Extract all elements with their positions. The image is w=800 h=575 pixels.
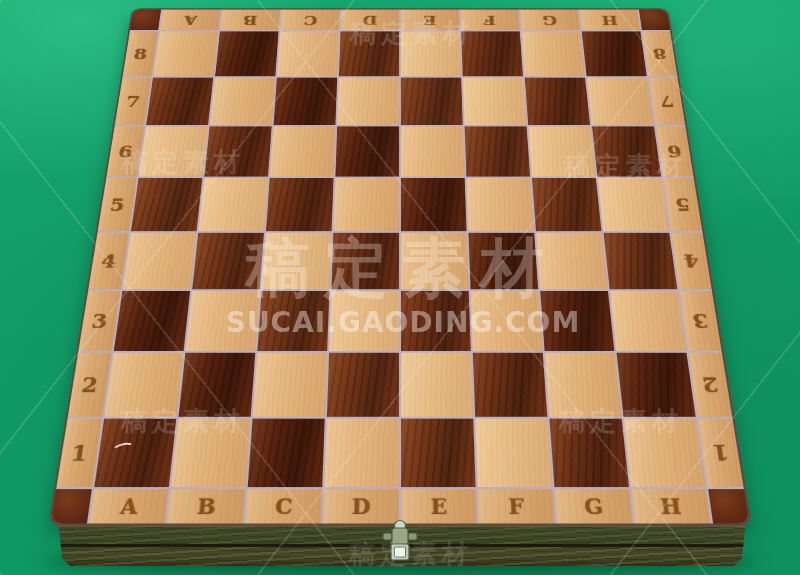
rank-label-right-8: 8 <box>642 31 677 76</box>
file-label-bottom-c: C <box>245 489 322 523</box>
file-label-top-f: F <box>460 10 519 31</box>
file-label-bottom-g: G <box>555 489 633 523</box>
square-h7[interactable] <box>587 78 654 125</box>
file-label-text: B <box>242 12 258 27</box>
square-f5[interactable] <box>467 178 535 231</box>
rank-label-text: 6 <box>666 142 683 161</box>
rank-label-text: 7 <box>659 92 675 110</box>
clasp-icon <box>380 518 420 566</box>
square-c6[interactable] <box>270 126 336 176</box>
file-label-text: E <box>430 494 447 519</box>
square-e2[interactable] <box>401 353 473 417</box>
file-label-text: F <box>508 494 525 519</box>
square-f4[interactable] <box>469 233 539 289</box>
file-label-bottom-b: B <box>167 489 245 523</box>
square-h1[interactable] <box>624 419 706 487</box>
file-label-text: D <box>363 12 378 27</box>
rank-label-text: 8 <box>652 45 668 62</box>
file-label-text: G <box>583 494 604 519</box>
square-d1[interactable] <box>324 419 399 487</box>
square-a1[interactable] <box>94 419 176 487</box>
rank-label-right-1: 1 <box>698 419 744 487</box>
square-c2[interactable] <box>253 353 327 417</box>
square-a7[interactable] <box>146 78 213 125</box>
rank-label-right-4: 4 <box>671 233 711 289</box>
rank-label-text: 5 <box>109 194 126 214</box>
square-a5[interactable] <box>131 178 202 231</box>
rank-label-right-3: 3 <box>680 291 722 351</box>
square-b2[interactable] <box>179 353 256 417</box>
square-d7[interactable] <box>337 78 399 125</box>
square-b6[interactable] <box>204 126 271 176</box>
square-f7[interactable] <box>463 78 527 125</box>
rank-label-left-7: 7 <box>115 78 151 125</box>
rank-label-text: 1 <box>69 440 89 466</box>
rank-label-left-5: 5 <box>98 178 137 231</box>
square-g8[interactable] <box>521 31 584 76</box>
square-d6[interactable] <box>335 126 399 176</box>
rank-label-text: 2 <box>80 372 99 396</box>
corner-bottom-left <box>51 489 92 523</box>
file-label-bottom-f: F <box>478 489 555 523</box>
square-b4[interactable] <box>192 233 264 289</box>
square-f1[interactable] <box>475 419 552 487</box>
square-d3[interactable] <box>329 291 399 351</box>
file-label-text: D <box>352 494 371 519</box>
board-scene: ABCDEFGH8877665544332211ABCDEFGH <box>0 0 800 575</box>
rank-label-right-2: 2 <box>688 353 732 417</box>
square-h6[interactable] <box>592 126 661 176</box>
square-d2[interactable] <box>327 353 399 417</box>
corner-top-left <box>130 10 161 31</box>
square-g2[interactable] <box>545 353 622 417</box>
file-label-top-e: E <box>401 10 460 31</box>
square-d5[interactable] <box>333 178 399 231</box>
rank-label-text: 5 <box>674 194 691 214</box>
file-label-text: B <box>196 494 217 519</box>
photo-stage: ABCDEFGH8877665544332211ABCDEFGH 稿定素材 SU… <box>0 0 800 575</box>
square-g5[interactable] <box>532 178 601 231</box>
rank-label-text: 2 <box>700 372 719 396</box>
square-f2[interactable] <box>473 353 547 417</box>
file-label-text: H <box>601 12 619 27</box>
rank-label-right-6: 6 <box>656 126 694 176</box>
file-label-top-g: G <box>520 10 580 31</box>
square-b3[interactable] <box>186 291 260 351</box>
square-g6[interactable] <box>528 126 595 176</box>
file-label-bottom-h: H <box>631 489 711 523</box>
square-g4[interactable] <box>536 233 608 289</box>
square-b1[interactable] <box>171 419 250 487</box>
rank-label-text: 1 <box>710 440 730 466</box>
square-c4[interactable] <box>262 233 332 289</box>
square-c3[interactable] <box>257 291 329 351</box>
square-h4[interactable] <box>604 233 678 289</box>
file-label-text: A <box>183 12 198 27</box>
square-d8[interactable] <box>339 31 399 76</box>
rank-label-text: 4 <box>100 250 118 271</box>
rank-label-left-6: 6 <box>107 126 145 176</box>
square-a3[interactable] <box>114 291 190 351</box>
square-e5[interactable] <box>401 178 467 231</box>
file-label-top-a: A <box>160 10 221 31</box>
square-b8[interactable] <box>215 31 278 76</box>
square-e7[interactable] <box>401 78 463 125</box>
file-label-text: A <box>119 494 139 519</box>
file-label-text: C <box>275 494 294 519</box>
file-label-text: E <box>423 12 436 27</box>
square-h3[interactable] <box>610 291 686 351</box>
square-a4[interactable] <box>123 233 197 289</box>
rank-label-right-7: 7 <box>649 78 685 125</box>
square-c8[interactable] <box>277 31 339 76</box>
square-f3[interactable] <box>471 291 543 351</box>
square-e6[interactable] <box>401 126 465 176</box>
square-f8[interactable] <box>461 31 523 76</box>
rank-label-left-8: 8 <box>123 31 158 76</box>
file-label-text: G <box>542 12 558 27</box>
file-label-bottom-a: A <box>89 489 169 523</box>
file-label-top-c: C <box>280 10 339 31</box>
square-c1[interactable] <box>248 419 325 487</box>
square-a6[interactable] <box>139 126 208 176</box>
square-g7[interactable] <box>525 78 590 125</box>
square-g3[interactable] <box>540 291 614 351</box>
rank-label-text: 8 <box>133 45 149 62</box>
square-h8[interactable] <box>582 31 647 76</box>
rank-label-text: 3 <box>90 309 109 332</box>
rank-label-right-5: 5 <box>663 178 702 231</box>
square-c7[interactable] <box>274 78 338 125</box>
corner-top-right <box>639 10 670 31</box>
square-e8[interactable] <box>401 31 461 76</box>
square-g1[interactable] <box>550 419 629 487</box>
square-f6[interactable] <box>465 126 531 176</box>
corner-bottom-right <box>708 489 749 523</box>
square-e3[interactable] <box>401 291 471 351</box>
square-h2[interactable] <box>617 353 696 417</box>
file-label-top-h: H <box>579 10 640 31</box>
square-h5[interactable] <box>598 178 669 231</box>
square-e1[interactable] <box>401 419 476 487</box>
square-c5[interactable] <box>266 178 334 231</box>
square-a2[interactable] <box>104 353 183 417</box>
file-label-top-b: B <box>220 10 280 31</box>
square-e4[interactable] <box>401 233 469 289</box>
file-label-text: H <box>659 494 683 519</box>
square-b5[interactable] <box>198 178 267 231</box>
rank-label-text: 7 <box>125 92 141 110</box>
file-label-top-d: D <box>341 10 400 31</box>
square-a8[interactable] <box>153 31 218 76</box>
rank-label-text: 4 <box>682 250 700 271</box>
square-b7[interactable] <box>210 78 275 125</box>
chess-board: ABCDEFGH8877665544332211ABCDEFGH <box>48 8 752 525</box>
rank-label-text: 3 <box>691 309 710 332</box>
file-label-text: C <box>303 12 317 27</box>
square-d4[interactable] <box>331 233 399 289</box>
file-label-text: F <box>483 12 496 27</box>
rank-label-text: 6 <box>117 142 134 161</box>
